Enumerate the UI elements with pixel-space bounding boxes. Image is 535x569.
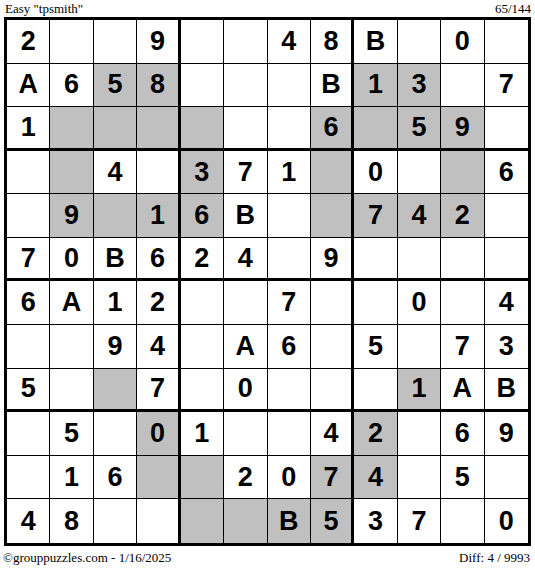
cell-r6c5[interactable]: 2 (181, 238, 224, 282)
cell-r9c9[interactable] (354, 369, 397, 413)
cell-r9c2[interactable] (50, 369, 93, 413)
cell-r9c7[interactable] (268, 369, 311, 413)
cell-r6c1[interactable]: 7 (7, 238, 50, 282)
cell-r12c4[interactable] (137, 499, 180, 543)
cell-r7c3[interactable]: 1 (94, 281, 137, 325)
cell-r2c6[interactable] (224, 64, 267, 108)
sudoku-grid: 2948B0A658B1371659437106916B74270B62496A… (4, 17, 531, 546)
cell-r12c2[interactable]: 8 (50, 499, 93, 543)
cell-r8c4[interactable]: 4 (137, 325, 180, 369)
cell-r4c5[interactable]: 3 (181, 151, 224, 195)
cell-r9c5[interactable] (181, 369, 224, 413)
cell-r11c10[interactable] (398, 456, 441, 500)
cell-r12c12[interactable]: 0 (485, 499, 528, 543)
cell-r6c9[interactable] (354, 238, 397, 282)
cell-r1c9[interactable]: B (354, 20, 397, 64)
cell-r5c12[interactable] (485, 194, 528, 238)
cell-r3c12[interactable] (485, 107, 528, 151)
cell-r5c11[interactable]: 2 (441, 194, 484, 238)
cell-r10c5[interactable]: 1 (181, 412, 224, 456)
cell-r7c6[interactable] (224, 281, 267, 325)
cell-r3c10[interactable]: 5 (398, 107, 441, 151)
cell-r6c2[interactable]: 0 (50, 238, 93, 282)
cell-r1c7[interactable]: 4 (268, 20, 311, 64)
cell-r5c7[interactable] (268, 194, 311, 238)
cell-r10c1[interactable] (7, 412, 50, 456)
cell-r11c1[interactable] (7, 456, 50, 500)
cell-r9c3[interactable] (94, 369, 137, 413)
cell-r12c1[interactable]: 4 (7, 499, 50, 543)
cell-r2c11[interactable] (441, 64, 484, 108)
cell-r4c3[interactable]: 4 (94, 151, 137, 195)
cell-r9c10[interactable]: 1 (398, 369, 441, 413)
cell-r5c6[interactable]: B (224, 194, 267, 238)
cell-r9c4[interactable]: 7 (137, 369, 180, 413)
cell-r4c12[interactable]: 6 (485, 151, 528, 195)
puzzle-counter: 65/144 (495, 1, 531, 17)
cell-r10c11[interactable]: 6 (441, 412, 484, 456)
cell-r12c5[interactable] (181, 499, 224, 543)
cell-r11c12[interactable] (485, 456, 528, 500)
cell-r10c8[interactable]: 4 (311, 412, 354, 456)
cell-r2c9[interactable]: 1 (354, 64, 397, 108)
cell-r6c6[interactable]: 4 (224, 238, 267, 282)
cell-r3c6[interactable] (224, 107, 267, 151)
cell-r3c9[interactable] (354, 107, 397, 151)
cell-r10c6[interactable] (224, 412, 267, 456)
cell-r1c10[interactable] (398, 20, 441, 64)
cell-r1c4[interactable]: 9 (137, 20, 180, 64)
cell-r8c7[interactable]: 6 (268, 325, 311, 369)
cell-r4c10[interactable] (398, 151, 441, 195)
cell-r1c2[interactable] (50, 20, 93, 64)
cell-r11c4[interactable] (137, 456, 180, 500)
cell-r4c9[interactable]: 0 (354, 151, 397, 195)
cell-r4c11[interactable] (441, 151, 484, 195)
cell-r7c2[interactable]: A (50, 281, 93, 325)
cell-r7c12[interactable]: 4 (485, 281, 528, 325)
cell-r7c10[interactable]: 0 (398, 281, 441, 325)
cell-r5c5[interactable]: 6 (181, 194, 224, 238)
cell-r7c11[interactable] (441, 281, 484, 325)
cell-r12c8[interactable]: 5 (311, 499, 354, 543)
cell-r7c4[interactable]: 2 (137, 281, 180, 325)
cell-r2c2[interactable]: 6 (50, 64, 93, 108)
cell-r11c2[interactable]: 1 (50, 456, 93, 500)
cell-r10c10[interactable] (398, 412, 441, 456)
cell-r1c5[interactable] (181, 20, 224, 64)
cell-r6c7[interactable] (268, 238, 311, 282)
cell-r1c11[interactable]: 0 (441, 20, 484, 64)
cell-r2c3[interactable]: 5 (94, 64, 137, 108)
cell-r7c8[interactable] (311, 281, 354, 325)
cell-r6c4[interactable]: 6 (137, 238, 180, 282)
cell-r2c5[interactable] (181, 64, 224, 108)
cell-r1c6[interactable] (224, 20, 267, 64)
cell-r5c8[interactable] (311, 194, 354, 238)
cell-r11c9[interactable]: 4 (354, 456, 397, 500)
cell-r4c4[interactable] (137, 151, 180, 195)
cell-r11c6[interactable]: 2 (224, 456, 267, 500)
cell-r8c10[interactable] (398, 325, 441, 369)
cell-r10c4[interactable]: 0 (137, 412, 180, 456)
cell-r1c3[interactable] (94, 20, 137, 64)
cell-r5c1[interactable] (7, 194, 50, 238)
cell-r3c11[interactable]: 9 (441, 107, 484, 151)
cell-r9c12[interactable]: B (485, 369, 528, 413)
cell-r10c7[interactable] (268, 412, 311, 456)
cell-r12c10[interactable]: 7 (398, 499, 441, 543)
cell-r8c5[interactable] (181, 325, 224, 369)
cell-r12c7[interactable]: B (268, 499, 311, 543)
cell-r8c9[interactable]: 5 (354, 325, 397, 369)
cell-r3c7[interactable] (268, 107, 311, 151)
cell-r10c9[interactable]: 2 (354, 412, 397, 456)
cell-r5c10[interactable]: 4 (398, 194, 441, 238)
cell-r8c12[interactable]: 3 (485, 325, 528, 369)
cell-r9c8[interactable] (311, 369, 354, 413)
cell-r1c1[interactable]: 2 (7, 20, 50, 64)
cell-r11c7[interactable]: 0 (268, 456, 311, 500)
cell-r8c1[interactable] (7, 325, 50, 369)
cell-r12c6[interactable] (224, 499, 267, 543)
cell-r6c8[interactable]: 9 (311, 238, 354, 282)
cell-r4c6[interactable]: 7 (224, 151, 267, 195)
puzzle-title: Easy "tpsmith" (5, 1, 83, 17)
cell-r3c2[interactable] (50, 107, 93, 151)
cell-r8c8[interactable] (311, 325, 354, 369)
cell-r2c8[interactable]: B (311, 64, 354, 108)
footer-difficulty: Diff: 4 / 9993 (459, 550, 530, 566)
cell-r5c3[interactable] (94, 194, 137, 238)
cell-r3c4[interactable] (137, 107, 180, 151)
cell-r6c11[interactable] (441, 238, 484, 282)
cell-r5c4[interactable]: 1 (137, 194, 180, 238)
cell-r11c3[interactable]: 6 (94, 456, 137, 500)
cell-r4c8[interactable] (311, 151, 354, 195)
cell-r3c5[interactable] (181, 107, 224, 151)
cell-r11c5[interactable] (181, 456, 224, 500)
cell-r2c12[interactable]: 7 (485, 64, 528, 108)
cell-r12c3[interactable] (94, 499, 137, 543)
cell-r5c2[interactable]: 9 (50, 194, 93, 238)
footer-copyright: ©grouppuzzles.com - 1/16/2025 (3, 550, 171, 566)
cell-r12c11[interactable] (441, 499, 484, 543)
cell-r3c1[interactable]: 1 (7, 107, 50, 151)
cell-r10c3[interactable] (94, 412, 137, 456)
cell-r1c8[interactable]: 8 (311, 20, 354, 64)
cell-r11c11[interactable]: 5 (441, 456, 484, 500)
cell-r8c3[interactable]: 9 (94, 325, 137, 369)
cell-r9c6[interactable]: 0 (224, 369, 267, 413)
cell-r2c7[interactable] (268, 64, 311, 108)
cell-r10c2[interactable]: 5 (50, 412, 93, 456)
cell-r4c7[interactable]: 1 (268, 151, 311, 195)
cell-r2c1[interactable]: A (7, 64, 50, 108)
cell-r6c10[interactable] (398, 238, 441, 282)
cell-r8c11[interactable]: 7 (441, 325, 484, 369)
cell-r2c10[interactable]: 3 (398, 64, 441, 108)
cell-r4c2[interactable] (50, 151, 93, 195)
cell-r10c12[interactable]: 9 (485, 412, 528, 456)
cell-r12c9[interactable]: 3 (354, 499, 397, 543)
cell-r6c3[interactable]: B (94, 238, 137, 282)
cell-r7c1[interactable]: 6 (7, 281, 50, 325)
cell-r1c12[interactable] (485, 20, 528, 64)
cell-r8c6[interactable]: A (224, 325, 267, 369)
cell-r3c3[interactable] (94, 107, 137, 151)
cell-r9c11[interactable]: A (441, 369, 484, 413)
cell-r2c4[interactable]: 8 (137, 64, 180, 108)
cell-r7c7[interactable]: 7 (268, 281, 311, 325)
cell-r8c2[interactable] (50, 325, 93, 369)
cell-r3c8[interactable]: 6 (311, 107, 354, 151)
cell-r7c9[interactable] (354, 281, 397, 325)
cell-r6c12[interactable] (485, 238, 528, 282)
cell-r9c1[interactable]: 5 (7, 369, 50, 413)
cell-r4c1[interactable] (7, 151, 50, 195)
cell-r11c8[interactable]: 7 (311, 456, 354, 500)
cell-r7c5[interactable] (181, 281, 224, 325)
cell-r5c9[interactable]: 7 (354, 194, 397, 238)
